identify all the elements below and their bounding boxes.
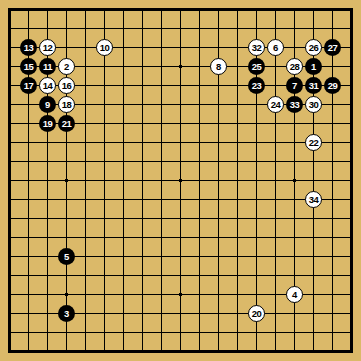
stone-number: 30 (309, 100, 319, 110)
stone-white-20[interactable]: 20 (248, 305, 265, 322)
stone-number: 34 (309, 195, 319, 205)
stone-number: 2 (64, 62, 69, 72)
stone-black-7[interactable]: 7 (286, 77, 303, 94)
stone-white-2[interactable]: 2 (58, 58, 75, 75)
stone-black-1[interactable]: 1 (305, 58, 322, 75)
stone-white-24[interactable]: 24 (267, 96, 284, 113)
stone-number: 3 (64, 309, 69, 319)
stone-number: 20 (252, 309, 262, 319)
stone-number: 8 (216, 62, 221, 72)
stone-white-10[interactable]: 10 (96, 39, 113, 56)
stone-white-26[interactable]: 26 (305, 39, 322, 56)
stone-number: 27 (328, 43, 338, 53)
stone-number: 9 (45, 100, 50, 110)
stone-black-5[interactable]: 5 (58, 248, 75, 265)
stone-black-11[interactable]: 11 (39, 58, 56, 75)
stone-number: 24 (271, 100, 281, 110)
stone-number: 7 (292, 81, 297, 91)
stone-number: 6 (273, 43, 278, 53)
stone-number: 25 (252, 62, 262, 72)
stone-number: 31 (309, 81, 319, 91)
stone-white-18[interactable]: 18 (58, 96, 75, 113)
stone-black-13[interactable]: 13 (20, 39, 37, 56)
stone-number: 22 (309, 138, 319, 148)
stone-number: 17 (24, 81, 34, 91)
stone-number: 32 (252, 43, 262, 53)
stone-white-8[interactable]: 8 (210, 58, 227, 75)
stone-number: 33 (290, 100, 300, 110)
stone-white-30[interactable]: 30 (305, 96, 322, 113)
stone-white-14[interactable]: 14 (39, 77, 56, 94)
stone-number: 5 (64, 252, 69, 262)
go-board[interactable]: 1234567891011121314151617181920212223242… (0, 0, 361, 361)
stone-black-17[interactable]: 17 (20, 77, 37, 94)
stone-number: 15 (24, 62, 34, 72)
stone-number: 14 (43, 81, 53, 91)
stone-number: 19 (43, 119, 53, 129)
stone-white-6[interactable]: 6 (267, 39, 284, 56)
stone-white-4[interactable]: 4 (286, 286, 303, 303)
stone-black-31[interactable]: 31 (305, 77, 322, 94)
stone-black-23[interactable]: 23 (248, 77, 265, 94)
stone-number: 16 (62, 81, 72, 91)
stone-number: 26 (309, 43, 319, 53)
stone-black-33[interactable]: 33 (286, 96, 303, 113)
stone-white-28[interactable]: 28 (286, 58, 303, 75)
stone-black-15[interactable]: 15 (20, 58, 37, 75)
stone-number: 4 (292, 290, 297, 300)
stone-black-19[interactable]: 19 (39, 115, 56, 132)
stone-black-9[interactable]: 9 (39, 96, 56, 113)
stone-number: 23 (252, 81, 262, 91)
stone-white-34[interactable]: 34 (305, 191, 322, 208)
stone-black-3[interactable]: 3 (58, 305, 75, 322)
stone-number: 13 (24, 43, 34, 53)
stone-number: 11 (43, 62, 52, 72)
stone-number: 21 (62, 119, 72, 129)
stone-white-32[interactable]: 32 (248, 39, 265, 56)
stone-number: 1 (311, 62, 316, 72)
stones-grid: 1234567891011121314151617181920212223242… (0, 0, 361, 361)
stone-black-21[interactable]: 21 (58, 115, 75, 132)
stone-white-16[interactable]: 16 (58, 77, 75, 94)
stone-white-22[interactable]: 22 (305, 134, 322, 151)
stone-white-12[interactable]: 12 (39, 39, 56, 56)
stone-black-29[interactable]: 29 (324, 77, 341, 94)
stone-number: 10 (100, 43, 110, 53)
stone-number: 29 (328, 81, 338, 91)
stone-number: 12 (43, 43, 53, 53)
stone-number: 28 (290, 62, 300, 72)
stone-black-25[interactable]: 25 (248, 58, 265, 75)
stone-number: 18 (62, 100, 72, 110)
stone-black-27[interactable]: 27 (324, 39, 341, 56)
